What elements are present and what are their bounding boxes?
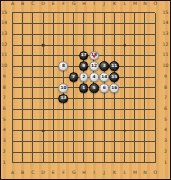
move-number: 10 — [60, 84, 68, 92]
intersection-M14[interactable] — [130, 18, 140, 29]
intersection-M13[interactable] — [130, 29, 140, 40]
col-label-M: M — [130, 168, 140, 179]
intersection-N14[interactable] — [140, 18, 150, 29]
intersection-J9[interactable]: 14 — [99, 72, 109, 83]
star-point-L12 — [123, 44, 126, 47]
intersection-N10[interactable] — [140, 61, 150, 72]
intersection-J11[interactable] — [99, 50, 109, 61]
intersection-O15[interactable] — [150, 8, 160, 19]
intersection-F5[interactable] — [58, 115, 68, 126]
intersection-O3[interactable] — [150, 136, 160, 147]
board-grid: 171889123117241415101561613 — [7, 8, 160, 169]
intersection-G8[interactable] — [69, 83, 79, 94]
intersection-E14[interactable] — [48, 18, 58, 29]
intersection-F3[interactable] — [58, 136, 68, 147]
intersection-F8[interactable]: 10 — [58, 83, 68, 94]
move-number: 4 — [90, 73, 98, 81]
intersection-K3[interactable] — [109, 136, 119, 147]
col-label-M: M — [130, 1, 140, 8]
intersection-D13[interactable] — [38, 29, 48, 40]
intersection-G3[interactable] — [69, 136, 79, 147]
intersection-B9[interactable] — [18, 72, 28, 83]
intersection-M2[interactable] — [130, 147, 140, 158]
intersection-G11[interactable] — [69, 50, 79, 61]
intersection-L3[interactable] — [119, 136, 129, 147]
intersection-M15[interactable] — [130, 8, 140, 19]
intersection-A1[interactable] — [7, 157, 17, 168]
intersection-F12[interactable] — [58, 40, 68, 51]
intersection-C10[interactable] — [28, 61, 38, 72]
col-label-C: C — [28, 1, 38, 8]
intersection-G5[interactable] — [69, 115, 79, 126]
intersection-E9[interactable] — [48, 72, 58, 83]
intersection-I3[interactable] — [89, 136, 99, 147]
col-label-H: H — [79, 168, 89, 179]
intersection-B12[interactable] — [18, 40, 28, 51]
intersection-N4[interactable] — [140, 125, 150, 136]
intersection-E15[interactable] — [48, 8, 58, 19]
intersection-D8[interactable] — [38, 83, 48, 94]
intersection-O1[interactable] — [150, 157, 160, 168]
column-labels-bottom: ABCDEFGHIJKLMNO — [7, 168, 160, 179]
intersection-F15[interactable] — [58, 8, 68, 19]
intersection-O11[interactable] — [150, 50, 160, 61]
intersection-E2[interactable] — [48, 147, 58, 158]
intersection-G6[interactable] — [69, 104, 79, 115]
intersection-E10[interactable] — [48, 61, 58, 72]
intersection-M9[interactable] — [130, 72, 140, 83]
intersection-L9[interactable] — [119, 72, 129, 83]
intersection-H10[interactable]: 9 — [79, 61, 89, 72]
intersection-H14[interactable] — [79, 18, 89, 29]
intersection-K11[interactable] — [109, 50, 119, 61]
intersection-I7[interactable] — [89, 93, 99, 104]
intersection-D12[interactable] — [38, 40, 48, 51]
col-label-B: B — [18, 168, 28, 179]
col-label-D: D — [38, 168, 48, 179]
intersection-L5[interactable] — [119, 115, 129, 126]
intersection-G9[interactable]: 7 — [69, 72, 79, 83]
intersection-H7[interactable] — [79, 93, 89, 104]
intersection-C8[interactable] — [28, 83, 38, 94]
intersection-J8[interactable]: 6 — [99, 83, 109, 94]
intersection-G1[interactable] — [69, 157, 79, 168]
intersection-H1[interactable] — [79, 157, 89, 168]
stone-white-4: 4 — [89, 72, 99, 82]
col-label-J: J — [99, 1, 109, 8]
intersection-I8[interactable]: 5 — [89, 83, 99, 94]
intersection-D1[interactable] — [38, 157, 48, 168]
intersection-L7[interactable] — [119, 93, 129, 104]
col-label-A: A — [7, 168, 17, 179]
intersection-C1[interactable] — [28, 157, 38, 168]
row-label-14: 14 — [160, 18, 170, 29]
move-number: 1 — [80, 84, 88, 92]
intersection-N13[interactable] — [140, 29, 150, 40]
intersection-L15[interactable] — [119, 8, 129, 19]
col-label-F: F — [58, 168, 68, 179]
intersection-J7[interactable] — [99, 93, 109, 104]
intersection-D7[interactable] — [38, 93, 48, 104]
intersection-C5[interactable] — [28, 115, 38, 126]
col-label-A: A — [7, 1, 17, 8]
intersection-N2[interactable] — [140, 147, 150, 158]
stone-black-5: 5 — [89, 83, 99, 93]
intersection-A13[interactable] — [7, 29, 17, 40]
intersection-K9[interactable]: 15 — [109, 72, 119, 83]
move-number: 17 — [80, 52, 88, 60]
intersection-D5[interactable] — [38, 115, 48, 126]
intersection-G12[interactable] — [69, 40, 79, 51]
intersection-H12[interactable] — [79, 40, 89, 51]
intersection-K2[interactable] — [109, 147, 119, 158]
intersection-G15[interactable] — [69, 8, 79, 19]
intersection-N1[interactable] — [140, 157, 150, 168]
star-point-D12 — [42, 44, 45, 47]
intersection-I1[interactable] — [89, 157, 99, 168]
intersection-N9[interactable] — [140, 72, 150, 83]
intersection-E7[interactable] — [48, 93, 58, 104]
intersection-J14[interactable] — [99, 18, 109, 29]
intersection-H11[interactable]: 17 — [79, 50, 89, 61]
move-number: 9 — [80, 63, 88, 71]
intersection-D3[interactable] — [38, 136, 48, 147]
move-number: 7 — [70, 73, 78, 81]
stone-white-18: 18 — [89, 51, 99, 61]
intersection-F2[interactable] — [58, 147, 68, 158]
intersection-A3[interactable] — [7, 136, 17, 147]
intersection-B10[interactable] — [18, 61, 28, 72]
row-label-3: 3 — [160, 136, 170, 147]
intersection-B1[interactable] — [18, 157, 28, 168]
intersection-O13[interactable] — [150, 29, 160, 40]
intersection-L4[interactable] — [119, 125, 129, 136]
stone-white-16: 16 — [110, 83, 120, 93]
intersection-K10[interactable]: 11 — [109, 61, 119, 72]
star-point-L4 — [123, 129, 126, 132]
intersection-N7[interactable] — [140, 93, 150, 104]
intersection-B13[interactable] — [18, 29, 28, 40]
intersection-A4[interactable] — [7, 125, 17, 136]
intersection-M11[interactable] — [130, 50, 140, 61]
intersection-M5[interactable] — [130, 115, 140, 126]
intersection-E3[interactable] — [48, 136, 58, 147]
intersection-C4[interactable] — [28, 125, 38, 136]
intersection-L2[interactable] — [119, 147, 129, 158]
intersection-K6[interactable] — [109, 104, 119, 115]
intersection-C12[interactable] — [28, 40, 38, 51]
intersection-K15[interactable] — [109, 8, 119, 19]
intersection-D10[interactable] — [38, 61, 48, 72]
intersection-M8[interactable] — [130, 83, 140, 94]
intersection-K8[interactable]: 16 — [109, 83, 119, 94]
intersection-B6[interactable] — [18, 104, 28, 115]
intersection-C13[interactable] — [28, 29, 38, 40]
intersection-M6[interactable] — [130, 104, 140, 115]
intersection-M1[interactable] — [130, 157, 140, 168]
intersection-C15[interactable] — [28, 8, 38, 19]
intersection-K13[interactable] — [109, 29, 119, 40]
intersection-M7[interactable] — [130, 93, 140, 104]
col-label-E: E — [48, 1, 58, 8]
intersection-A9[interactable] — [7, 72, 17, 83]
col-label-G: G — [69, 1, 79, 8]
intersection-D14[interactable] — [38, 18, 48, 29]
row-label-15: 15 — [160, 8, 170, 19]
intersection-L13[interactable] — [119, 29, 129, 40]
row-label-7: 7 — [160, 93, 170, 104]
intersection-E8[interactable] — [48, 83, 58, 94]
intersection-L8[interactable] — [119, 83, 129, 94]
intersection-J10[interactable]: 3 — [99, 61, 109, 72]
intersection-J1[interactable] — [99, 157, 109, 168]
intersection-I12[interactable] — [89, 40, 99, 51]
col-label-G: G — [69, 168, 79, 179]
intersection-D9[interactable] — [38, 72, 48, 83]
intersection-K5[interactable] — [109, 115, 119, 126]
last-move-triangle-icon — [92, 55, 96, 58]
intersection-K14[interactable] — [109, 18, 119, 29]
intersection-K1[interactable] — [109, 157, 119, 168]
row-label-13: 13 — [160, 29, 170, 40]
intersection-J13[interactable] — [99, 29, 109, 40]
intersection-A10[interactable] — [7, 61, 17, 72]
intersection-I15[interactable] — [89, 8, 99, 19]
intersection-A7[interactable] — [7, 93, 17, 104]
intersection-B4[interactable] — [18, 125, 28, 136]
intersection-I14[interactable] — [89, 18, 99, 29]
intersection-N6[interactable] — [140, 104, 150, 115]
intersection-L12[interactable] — [119, 40, 129, 51]
intersection-B14[interactable] — [18, 18, 28, 29]
intersection-L11[interactable] — [119, 50, 129, 61]
intersection-A15[interactable] — [7, 8, 17, 19]
intersection-N3[interactable] — [140, 136, 150, 147]
column-labels-top: ABCDEFGHIJKLMNO — [7, 1, 160, 8]
col-label-K: K — [109, 1, 119, 8]
intersection-F1[interactable] — [58, 157, 68, 168]
intersection-E1[interactable] — [48, 157, 58, 168]
intersection-F14[interactable] — [58, 18, 68, 29]
intersection-N12[interactable] — [140, 40, 150, 51]
stone-white-8: 8 — [59, 62, 69, 72]
col-label-N: N — [140, 168, 150, 179]
intersection-E12[interactable] — [48, 40, 58, 51]
row-label-10: 10 — [160, 61, 170, 72]
star-point-D4 — [42, 129, 45, 132]
stone-black-1: 1 — [79, 83, 89, 93]
intersection-E6[interactable] — [48, 104, 58, 115]
intersection-J12[interactable] — [99, 40, 109, 51]
intersection-D4[interactable] — [38, 125, 48, 136]
intersection-A14[interactable] — [7, 18, 17, 29]
stone-white-14: 14 — [99, 72, 109, 82]
row-label-12: 12 — [160, 40, 170, 51]
intersection-A12[interactable] — [7, 40, 17, 51]
move-number: 8 — [60, 63, 68, 71]
move-number: 2 — [80, 73, 88, 81]
intersection-L10[interactable] — [119, 61, 129, 72]
intersection-I4[interactable] — [89, 125, 99, 136]
row-label-6: 6 — [160, 104, 170, 115]
intersection-F11[interactable] — [58, 50, 68, 61]
intersection-A6[interactable] — [7, 104, 17, 115]
intersection-H5[interactable] — [79, 115, 89, 126]
intersection-G2[interactable] — [69, 147, 79, 158]
intersection-B7[interactable] — [18, 93, 28, 104]
intersection-E5[interactable] — [48, 115, 58, 126]
intersection-H3[interactable] — [79, 136, 89, 147]
intersection-M3[interactable] — [130, 136, 140, 147]
intersection-J6[interactable] — [99, 104, 109, 115]
intersection-H9[interactable]: 2 — [79, 72, 89, 83]
intersection-J15[interactable] — [99, 8, 109, 19]
intersection-A8[interactable] — [7, 83, 17, 94]
intersection-O8[interactable] — [150, 83, 160, 94]
intersection-A5[interactable] — [7, 115, 17, 126]
intersection-C11[interactable] — [28, 50, 38, 61]
intersection-C14[interactable] — [28, 18, 38, 29]
row-label-1: 1 — [160, 157, 170, 168]
intersection-O4[interactable] — [150, 125, 160, 136]
intersection-G14[interactable] — [69, 18, 79, 29]
intersection-J2[interactable] — [99, 147, 109, 158]
stone-black-15: 15 — [110, 72, 120, 82]
intersection-D11[interactable] — [38, 50, 48, 61]
intersection-L1[interactable] — [119, 157, 129, 168]
move-number: 14 — [100, 73, 108, 81]
intersection-F6[interactable] — [58, 104, 68, 115]
intersection-I13[interactable] — [89, 29, 99, 40]
intersection-O12[interactable] — [150, 40, 160, 51]
intersection-L6[interactable] — [119, 104, 129, 115]
intersection-F10[interactable]: 8 — [58, 61, 68, 72]
intersection-O14[interactable] — [150, 18, 160, 29]
intersection-E11[interactable] — [48, 50, 58, 61]
intersection-H8[interactable]: 1 — [79, 83, 89, 94]
row-label-9: 9 — [160, 72, 170, 83]
intersection-N11[interactable] — [140, 50, 150, 61]
intersection-J5[interactable] — [99, 115, 109, 126]
intersection-H13[interactable] — [79, 29, 89, 40]
intersection-F9[interactable] — [58, 72, 68, 83]
col-label-O: O — [150, 1, 160, 8]
intersection-H2[interactable] — [79, 147, 89, 158]
intersection-M4[interactable] — [130, 125, 140, 136]
intersection-M10[interactable] — [130, 61, 140, 72]
intersection-N15[interactable] — [140, 8, 150, 19]
intersection-B8[interactable] — [18, 83, 28, 94]
row-label-2: 2 — [160, 147, 170, 158]
col-label-B: B — [18, 1, 28, 8]
intersection-B15[interactable] — [18, 8, 28, 19]
intersection-O6[interactable] — [150, 104, 160, 115]
intersection-H4[interactable] — [79, 125, 89, 136]
intersection-G4[interactable] — [69, 125, 79, 136]
intersection-I2[interactable] — [89, 147, 99, 158]
stone-white-2: 2 — [79, 72, 89, 82]
intersection-H15[interactable] — [79, 8, 89, 19]
intersection-C2[interactable] — [28, 147, 38, 158]
col-label-K: K — [109, 168, 119, 179]
col-label-I: I — [89, 168, 99, 179]
intersection-I11[interactable]: 18 — [89, 50, 99, 61]
intersection-O10[interactable] — [150, 61, 160, 72]
intersection-N8[interactable] — [140, 83, 150, 94]
intersection-D2[interactable] — [38, 147, 48, 158]
stone-white-6: 6 — [99, 83, 109, 93]
intersection-E13[interactable] — [48, 29, 58, 40]
move-number: 6 — [100, 84, 108, 92]
intersection-G7[interactable] — [69, 93, 79, 104]
intersection-B11[interactable] — [18, 50, 28, 61]
col-label-D: D — [38, 1, 48, 8]
row-labels-right: 151413121110987654321 — [160, 8, 170, 169]
row-label-11: 11 — [160, 50, 170, 61]
intersection-M12[interactable] — [130, 40, 140, 51]
row-label-5: 5 — [160, 115, 170, 126]
intersection-B5[interactable] — [18, 115, 28, 126]
move-number: 11 — [111, 63, 119, 71]
intersection-D15[interactable] — [38, 8, 48, 19]
stone-black-11: 11 — [110, 62, 120, 72]
stone-black-7: 7 — [69, 72, 79, 82]
stone-black-9: 9 — [79, 62, 89, 72]
intersection-B2[interactable] — [18, 147, 28, 158]
intersection-K12[interactable] — [109, 40, 119, 51]
move-number: 5 — [90, 84, 98, 92]
intersection-F13[interactable] — [58, 29, 68, 40]
intersection-H6[interactable] — [79, 104, 89, 115]
intersection-O5[interactable] — [150, 115, 160, 126]
intersection-J3[interactable] — [99, 136, 109, 147]
move-number: 3 — [100, 63, 108, 71]
intersection-L14[interactable] — [119, 18, 129, 29]
intersection-J4[interactable] — [99, 125, 109, 136]
intersection-E4[interactable] — [48, 125, 58, 136]
intersection-B3[interactable] — [18, 136, 28, 147]
col-label-H: H — [79, 1, 89, 8]
intersection-I6[interactable] — [89, 104, 99, 115]
intersection-C7[interactable] — [28, 93, 38, 104]
intersection-O9[interactable] — [150, 72, 160, 83]
intersection-G13[interactable] — [69, 29, 79, 40]
stone-white-10: 10 — [59, 83, 69, 93]
intersection-D6[interactable] — [38, 104, 48, 115]
move-number: 15 — [111, 73, 119, 81]
intersection-F4[interactable] — [58, 125, 68, 136]
intersection-C6[interactable] — [28, 104, 38, 115]
stone-black-17: 17 — [79, 51, 89, 61]
intersection-I9[interactable]: 4 — [89, 72, 99, 83]
intersection-F7[interactable]: 13 — [58, 93, 68, 104]
intersection-O2[interactable] — [150, 147, 160, 158]
intersection-G10[interactable] — [69, 61, 79, 72]
col-label-F: F — [58, 1, 68, 8]
intersection-I10[interactable]: 12 — [89, 61, 99, 72]
col-label-L: L — [120, 1, 130, 8]
intersection-K4[interactable] — [109, 125, 119, 136]
intersection-O7[interactable] — [150, 93, 160, 104]
intersection-N5[interactable] — [140, 115, 150, 126]
intersection-A2[interactable] — [7, 147, 17, 158]
intersection-I5[interactable] — [89, 115, 99, 126]
intersection-C9[interactable] — [28, 72, 38, 83]
intersection-K7[interactable] — [109, 93, 119, 104]
intersection-C3[interactable] — [28, 136, 38, 147]
move-number: 12 — [90, 63, 98, 71]
intersection-A11[interactable] — [7, 50, 17, 61]
